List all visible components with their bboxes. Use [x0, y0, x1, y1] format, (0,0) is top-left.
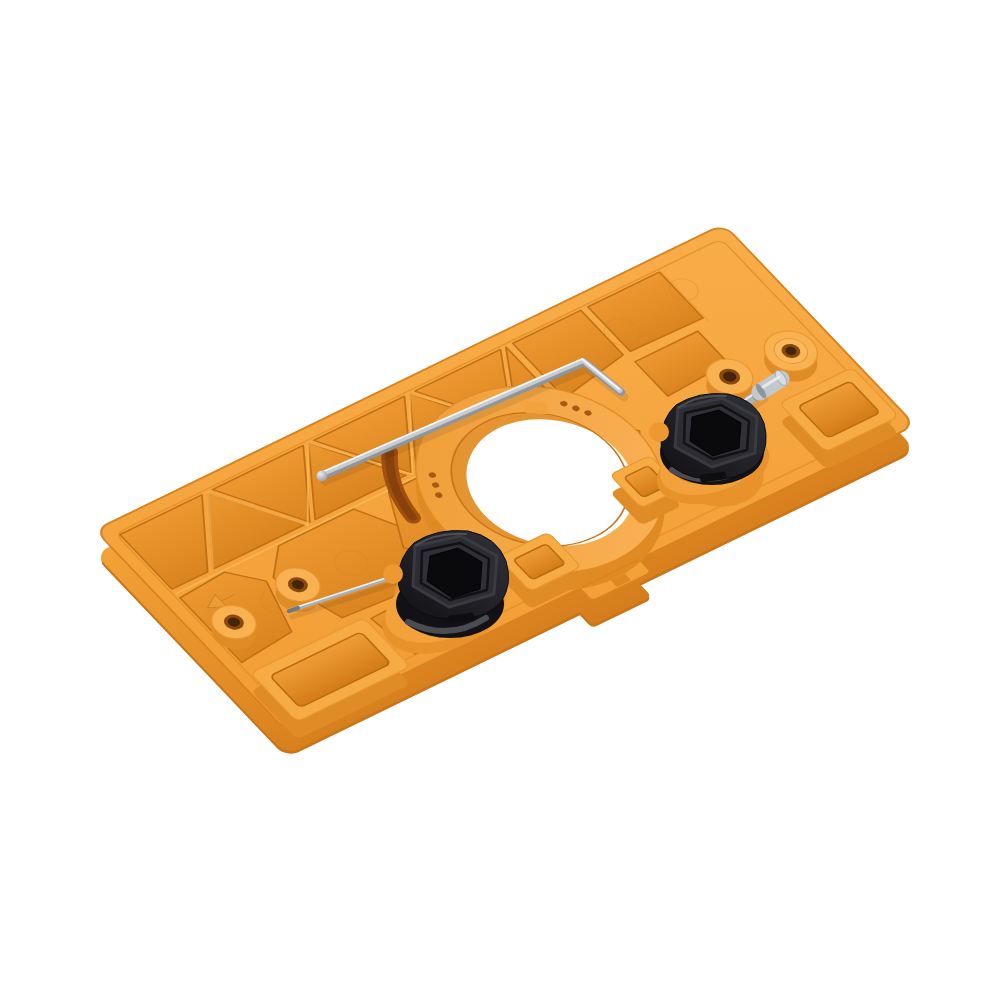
bushing-notch — [649, 422, 669, 442]
bushing-notch — [383, 564, 403, 584]
product-photo: Orange plastic concealed-hinge drilling … — [0, 0, 1000, 1000]
hex-key-ball-end — [317, 471, 328, 482]
bore-notch — [524, 401, 547, 414]
drill-rod-tip — [289, 608, 298, 611]
jig-illustration: Orange plastic concealed-hinge drilling … — [0, 0, 1000, 1000]
